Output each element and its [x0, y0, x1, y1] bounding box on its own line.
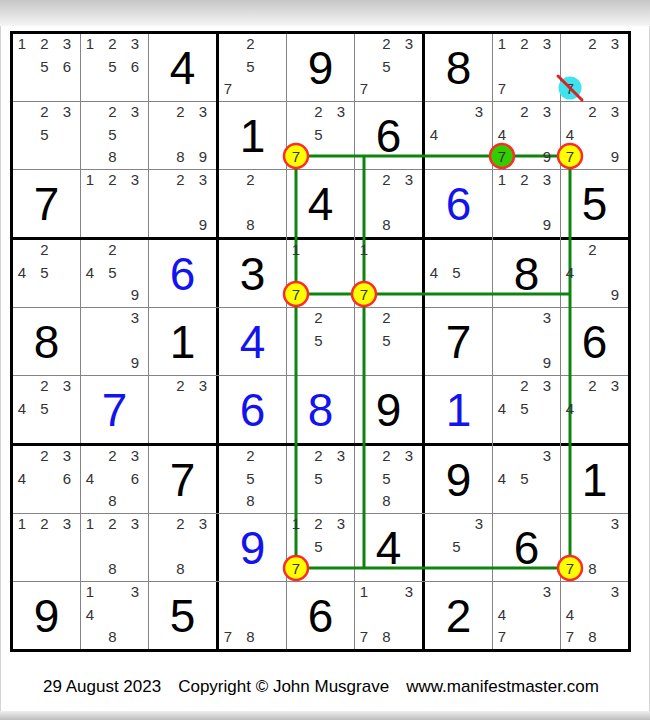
candidate-7: 7: [566, 149, 574, 164]
solved-digit: 7: [81, 376, 148, 443]
candidate-6: 6: [63, 470, 71, 485]
candidate-4: 4: [498, 606, 506, 621]
candidate-7: 7: [566, 561, 574, 576]
candidate-6: 6: [131, 470, 139, 485]
candidate-2: 2: [314, 448, 322, 463]
candidate-3: 3: [131, 584, 139, 599]
cell-r1c1[interactable]: 12356: [13, 34, 80, 101]
cell-r5c9[interactable]: 6: [561, 308, 628, 375]
cell-r5c2[interactable]: 39: [81, 308, 148, 375]
footer-date: 29 August 2023: [43, 677, 161, 697]
cell-r6c4[interactable]: 6: [219, 376, 286, 443]
cell-r7c3[interactable]: 7: [149, 446, 216, 513]
candidate-7: 7: [292, 561, 300, 576]
candidate-3: 3: [405, 448, 413, 463]
candidate-5: 5: [452, 538, 460, 553]
candidate-3: 3: [131, 172, 139, 187]
candidate-2: 2: [588, 242, 596, 257]
candidate-1: 1: [292, 242, 300, 257]
candidate-2: 2: [40, 448, 48, 463]
given-digit: 9: [355, 376, 422, 443]
candidate-2: 2: [176, 516, 184, 531]
cell-r8c1[interactable]: 123: [13, 514, 80, 581]
given-digit: 5: [149, 582, 216, 649]
candidate-2: 2: [176, 378, 184, 393]
candidate-2: 2: [176, 104, 184, 119]
candidate-2: 2: [246, 448, 254, 463]
candidate-7: 7: [566, 629, 574, 644]
cell-r2c2[interactable]: 2358: [81, 102, 148, 169]
solved-digit: 8: [287, 376, 354, 443]
candidate-2: 2: [246, 172, 254, 187]
candidate-8: 8: [246, 217, 254, 232]
candidate-8: 8: [108, 561, 116, 576]
candidate-2: 2: [108, 448, 116, 463]
cell-r9c1[interactable]: 9: [13, 582, 80, 649]
candidate-2: 2: [108, 104, 116, 119]
candidate-7: 7: [498, 149, 506, 164]
cell-r1c3[interactable]: 4: [149, 34, 216, 101]
candidate-5: 5: [246, 58, 254, 73]
candidate-3: 3: [543, 104, 551, 119]
candidate-4: 4: [86, 606, 94, 621]
candidate-3: 3: [199, 172, 207, 187]
candidate-9: 9: [131, 355, 139, 370]
cell-r2c4[interactable]: 1: [219, 102, 286, 169]
candidate-5: 5: [520, 470, 528, 485]
candidate-5: 5: [314, 332, 322, 347]
cell-r8c7[interactable]: 35: [425, 514, 492, 581]
cell-r1c5[interactable]: 9: [287, 34, 354, 101]
candidate-8: 8: [108, 149, 116, 164]
given-digit: 1: [149, 308, 216, 375]
candidate-8: 8: [108, 629, 116, 644]
cell-r7c6[interactable]: 2358: [355, 446, 422, 513]
candidate-3: 3: [63, 378, 71, 393]
candidate-2: 2: [314, 516, 322, 531]
candidate-3: 3: [611, 104, 619, 119]
candidate-9: 9: [543, 149, 551, 164]
given-digit: 8: [425, 34, 492, 101]
candidate-2: 2: [40, 378, 48, 393]
candidate-2: 2: [314, 104, 322, 119]
cell-r9c2[interactable]: 1348: [81, 582, 148, 649]
given-digit: 4: [149, 34, 216, 101]
candidate-9: 9: [131, 287, 139, 302]
candidate-8: 8: [588, 629, 596, 644]
candidate-2: 2: [40, 516, 48, 531]
candidate-3: 3: [199, 104, 207, 119]
cell-r4c8[interactable]: 8: [493, 240, 560, 307]
candidate-3: 3: [63, 36, 71, 51]
candidate-3: 3: [543, 172, 551, 187]
candidate-5: 5: [382, 332, 390, 347]
candidate-4: 4: [86, 264, 94, 279]
cell-r7c8[interactable]: 345: [493, 446, 560, 513]
given-digit: 4: [355, 514, 422, 581]
candidate-3: 3: [63, 104, 71, 119]
cell-r3c9[interactable]: 5: [561, 170, 628, 237]
cell-r2c3[interactable]: 2389: [149, 102, 216, 169]
given-digit: 3: [219, 240, 286, 307]
given-digit: 7: [425, 308, 492, 375]
cell-r3c1[interactable]: 7: [13, 170, 80, 237]
bottom-gradient-bar: [0, 711, 650, 720]
candidate-2: 2: [588, 36, 596, 51]
page: 1235612356425792357812372372352358238912…: [0, 0, 650, 720]
candidate-3: 3: [131, 36, 139, 51]
candidate-1: 1: [86, 516, 94, 531]
cell-r4c9[interactable]: 249: [561, 240, 628, 307]
cell-r8c3[interactable]: 238: [149, 514, 216, 581]
cell-r7c7[interactable]: 9: [425, 446, 492, 513]
cell-r6c2[interactable]: 7: [81, 376, 148, 443]
candidate-3: 3: [337, 104, 345, 119]
candidate-7: 7: [360, 629, 368, 644]
candidate-3: 3: [475, 516, 483, 531]
candidate-5: 5: [40, 126, 48, 141]
candidate-5: 5: [382, 58, 390, 73]
cell-r6c6[interactable]: 9: [355, 376, 422, 443]
candidate-3: 3: [543, 448, 551, 463]
candidate-3: 3: [543, 584, 551, 599]
candidate-4: 4: [566, 126, 574, 141]
candidate-3: 3: [199, 378, 207, 393]
candidate-8: 8: [382, 493, 390, 508]
candidate-1: 1: [18, 516, 26, 531]
candidate-2: 2: [382, 36, 390, 51]
candidate-7: 7: [224, 81, 232, 96]
given-digit: 9: [287, 34, 354, 101]
given-digit: 4: [287, 170, 354, 237]
candidate-2: 2: [520, 378, 528, 393]
candidate-2: 2: [40, 242, 48, 257]
given-digit: 8: [493, 240, 560, 307]
cell-r1c2[interactable]: 12356: [81, 34, 148, 101]
candidate-4: 4: [430, 126, 438, 141]
cell-r9c9[interactable]: 3478: [561, 582, 628, 649]
candidate-2: 2: [588, 378, 596, 393]
cell-r1c9[interactable]: 237: [561, 34, 628, 101]
cell-r7c1[interactable]: 2346: [13, 446, 80, 513]
candidate-5: 5: [40, 400, 48, 415]
candidate-3: 3: [131, 310, 139, 325]
candidate-4: 4: [430, 264, 438, 279]
candidate-8: 8: [246, 629, 254, 644]
cell-r8c4[interactable]: 9: [219, 514, 286, 581]
footer: 29 August 2023 Copyright © John Musgrave…: [43, 677, 599, 697]
cell-r8c5[interactable]: 12357: [287, 514, 354, 581]
candidate-3: 3: [611, 584, 619, 599]
candidate-3: 3: [543, 378, 551, 393]
candidate-2: 2: [382, 172, 390, 187]
candidate-3: 3: [131, 516, 139, 531]
candidate-7: 7: [224, 629, 232, 644]
sudoku-board: 1235612356425792357812372372352358238912…: [10, 31, 631, 652]
candidate-4: 4: [498, 126, 506, 141]
candidate-2: 2: [314, 310, 322, 325]
candidate-8: 8: [588, 561, 596, 576]
cell-r8c8[interactable]: 6: [493, 514, 560, 581]
cell-r8c6[interactable]: 4: [355, 514, 422, 581]
cell-r6c9[interactable]: 234: [561, 376, 628, 443]
cell-r1c8[interactable]: 1237: [493, 34, 560, 101]
given-digit: 9: [425, 446, 492, 513]
candidate-8: 8: [176, 561, 184, 576]
candidate-2: 2: [382, 310, 390, 325]
candidate-5: 5: [40, 58, 48, 73]
cell-r7c9[interactable]: 1: [561, 446, 628, 513]
candidate-1: 1: [292, 516, 300, 531]
cell-r4c3[interactable]: 6: [149, 240, 216, 307]
cell-r9c7[interactable]: 2: [425, 582, 492, 649]
candidate-8: 8: [108, 493, 116, 508]
cell-r5c6[interactable]: 25: [355, 308, 422, 375]
cell-r3c6[interactable]: 238: [355, 170, 422, 237]
candidate-8: 8: [246, 493, 254, 508]
candidate-2: 2: [40, 104, 48, 119]
given-digit: 6: [493, 514, 560, 581]
cell-r3c8[interactable]: 1239: [493, 170, 560, 237]
cell-r3c3[interactable]: 239: [149, 170, 216, 237]
cell-r6c5[interactable]: 8: [287, 376, 354, 443]
candidate-3: 3: [131, 104, 139, 119]
candidate-8: 8: [176, 149, 184, 164]
cell-r6c1[interactable]: 2345: [13, 376, 80, 443]
candidate-5: 5: [382, 470, 390, 485]
candidate-4: 4: [498, 470, 506, 485]
candidate-4: 4: [566, 264, 574, 279]
cell-r8c2[interactable]: 1238: [81, 514, 148, 581]
candidate-5: 5: [40, 264, 48, 279]
cell-r5c4[interactable]: 4: [219, 308, 286, 375]
cell-r2c6[interactable]: 6: [355, 102, 422, 169]
cell-r4c6[interactable]: 17: [355, 240, 422, 307]
solved-digit: 9: [219, 514, 286, 581]
candidate-1: 1: [18, 36, 26, 51]
solved-digit: 4: [219, 308, 286, 375]
given-digit: 6: [355, 102, 422, 169]
candidate-4: 4: [498, 400, 506, 415]
candidate-4: 4: [18, 264, 26, 279]
given-digit: 7: [13, 170, 80, 237]
candidate-9: 9: [611, 149, 619, 164]
candidate-1: 1: [86, 36, 94, 51]
candidate-2: 2: [520, 36, 528, 51]
candidate-7: 7: [566, 81, 574, 96]
candidate-9: 9: [199, 149, 207, 164]
cell-r9c4[interactable]: 78: [219, 582, 286, 649]
candidate-3: 3: [405, 584, 413, 599]
left-window-edge: [0, 26, 1, 711]
candidate-2: 2: [588, 104, 596, 119]
candidate-7: 7: [292, 287, 300, 302]
candidate-1: 1: [360, 584, 368, 599]
candidate-1: 1: [86, 584, 94, 599]
cell-r3c2[interactable]: 123: [81, 170, 148, 237]
given-digit: 1: [561, 446, 628, 513]
candidate-7: 7: [292, 149, 300, 164]
given-digit: 9: [13, 582, 80, 649]
candidate-5: 5: [108, 58, 116, 73]
candidate-2: 2: [108, 242, 116, 257]
cell-r9c5[interactable]: 6: [287, 582, 354, 649]
candidate-5: 5: [314, 126, 322, 141]
given-digit: 2: [425, 582, 492, 649]
candidate-7: 7: [498, 629, 506, 644]
candidate-2: 2: [520, 172, 528, 187]
candidate-5: 5: [452, 264, 460, 279]
cell-r1c6[interactable]: 2357: [355, 34, 422, 101]
given-digit: 6: [561, 308, 628, 375]
candidate-3: 3: [131, 448, 139, 463]
cell-r8c9[interactable]: 378: [561, 514, 628, 581]
cell-r1c7[interactable]: 8: [425, 34, 492, 101]
candidate-2: 2: [382, 448, 390, 463]
cell-r3c7[interactable]: 6: [425, 170, 492, 237]
candidate-4: 4: [86, 470, 94, 485]
cell-r2c5[interactable]: 2357: [287, 102, 354, 169]
cell-r1c4[interactable]: 257: [219, 34, 286, 101]
candidate-1: 1: [360, 242, 368, 257]
candidate-3: 3: [475, 104, 483, 119]
candidate-4: 4: [566, 606, 574, 621]
candidate-3: 3: [63, 516, 71, 531]
candidate-1: 1: [498, 172, 506, 187]
candidate-5: 5: [246, 470, 254, 485]
candidate-3: 3: [543, 36, 551, 51]
footer-website[interactable]: www.manifestmaster.com: [406, 677, 599, 697]
top-gradient-bar: [0, 0, 650, 26]
candidate-3: 3: [611, 516, 619, 531]
cell-r3c5[interactable]: 4: [287, 170, 354, 237]
cell-r3c4[interactable]: 28: [219, 170, 286, 237]
candidate-9: 9: [199, 217, 207, 232]
cell-r7c4[interactable]: 258: [219, 446, 286, 513]
cell-r6c7[interactable]: 1: [425, 376, 492, 443]
candidate-7: 7: [498, 81, 506, 96]
candidate-4: 4: [566, 400, 574, 415]
candidate-1: 1: [86, 172, 94, 187]
solved-digit: 6: [219, 376, 286, 443]
given-digit: 6: [287, 582, 354, 649]
candidate-5: 5: [520, 400, 528, 415]
cell-r6c8[interactable]: 2345: [493, 376, 560, 443]
candidate-5: 5: [108, 264, 116, 279]
candidate-2: 2: [108, 516, 116, 531]
candidate-3: 3: [337, 516, 345, 531]
candidate-3: 3: [611, 378, 619, 393]
candidate-3: 3: [199, 516, 207, 531]
candidate-5: 5: [108, 126, 116, 141]
cell-r5c8[interactable]: 39: [493, 308, 560, 375]
cell-r2c8[interactable]: 23479: [493, 102, 560, 169]
cell-r4c2[interactable]: 2459: [81, 240, 148, 307]
given-digit: 7: [149, 446, 216, 513]
cell-r7c2[interactable]: 23468: [81, 446, 148, 513]
candidate-9: 9: [543, 217, 551, 232]
candidate-8: 8: [382, 629, 390, 644]
cell-r9c8[interactable]: 347: [493, 582, 560, 649]
cell-r5c5[interactable]: 25: [287, 308, 354, 375]
candidate-4: 4: [18, 470, 26, 485]
candidate-2: 2: [40, 36, 48, 51]
cell-r6c3[interactable]: 23: [149, 376, 216, 443]
footer-copyright: Copyright © John Musgrave: [178, 677, 389, 697]
candidate-2: 2: [246, 36, 254, 51]
cell-r7c5[interactable]: 235: [287, 446, 354, 513]
candidate-4: 4: [18, 400, 26, 415]
candidate-3: 3: [405, 172, 413, 187]
candidate-3: 3: [337, 448, 345, 463]
candidate-9: 9: [611, 287, 619, 302]
candidate-2: 2: [520, 104, 528, 119]
solved-digit: 6: [425, 170, 492, 237]
candidate-1: 1: [498, 36, 506, 51]
cell-r4c7[interactable]: 45: [425, 240, 492, 307]
cell-r9c3[interactable]: 5: [149, 582, 216, 649]
solved-digit: 6: [149, 240, 216, 307]
cell-r4c1[interactable]: 245: [13, 240, 80, 307]
candidate-6: 6: [63, 58, 71, 73]
cells-layer: 1235612356425792357812372372352358238912…: [13, 34, 628, 649]
cell-r2c7[interactable]: 34: [425, 102, 492, 169]
candidate-2: 2: [108, 172, 116, 187]
candidate-9: 9: [543, 355, 551, 370]
candidate-3: 3: [405, 36, 413, 51]
cell-r4c5[interactable]: 17: [287, 240, 354, 307]
cell-r5c3[interactable]: 1: [149, 308, 216, 375]
given-digit: 1: [219, 102, 286, 169]
candidate-2: 2: [108, 36, 116, 51]
candidate-7: 7: [360, 81, 368, 96]
given-digit: 5: [561, 170, 628, 237]
cell-r5c1[interactable]: 8: [13, 308, 80, 375]
solved-digit: 1: [425, 376, 492, 443]
given-digit: 8: [13, 308, 80, 375]
candidate-3: 3: [63, 448, 71, 463]
candidate-2: 2: [176, 172, 184, 187]
candidate-8: 8: [382, 217, 390, 232]
cell-r2c9[interactable]: 23479: [561, 102, 628, 169]
cell-r4c4[interactable]: 3: [219, 240, 286, 307]
candidate-5: 5: [314, 470, 322, 485]
cell-r2c1[interactable]: 235: [13, 102, 80, 169]
candidate-3: 3: [543, 310, 551, 325]
candidate-6: 6: [131, 58, 139, 73]
cell-r5c7[interactable]: 7: [425, 308, 492, 375]
cell-r9c6[interactable]: 1378: [355, 582, 422, 649]
candidate-3: 3: [611, 36, 619, 51]
candidate-5: 5: [314, 538, 322, 553]
candidate-7: 7: [360, 287, 368, 302]
